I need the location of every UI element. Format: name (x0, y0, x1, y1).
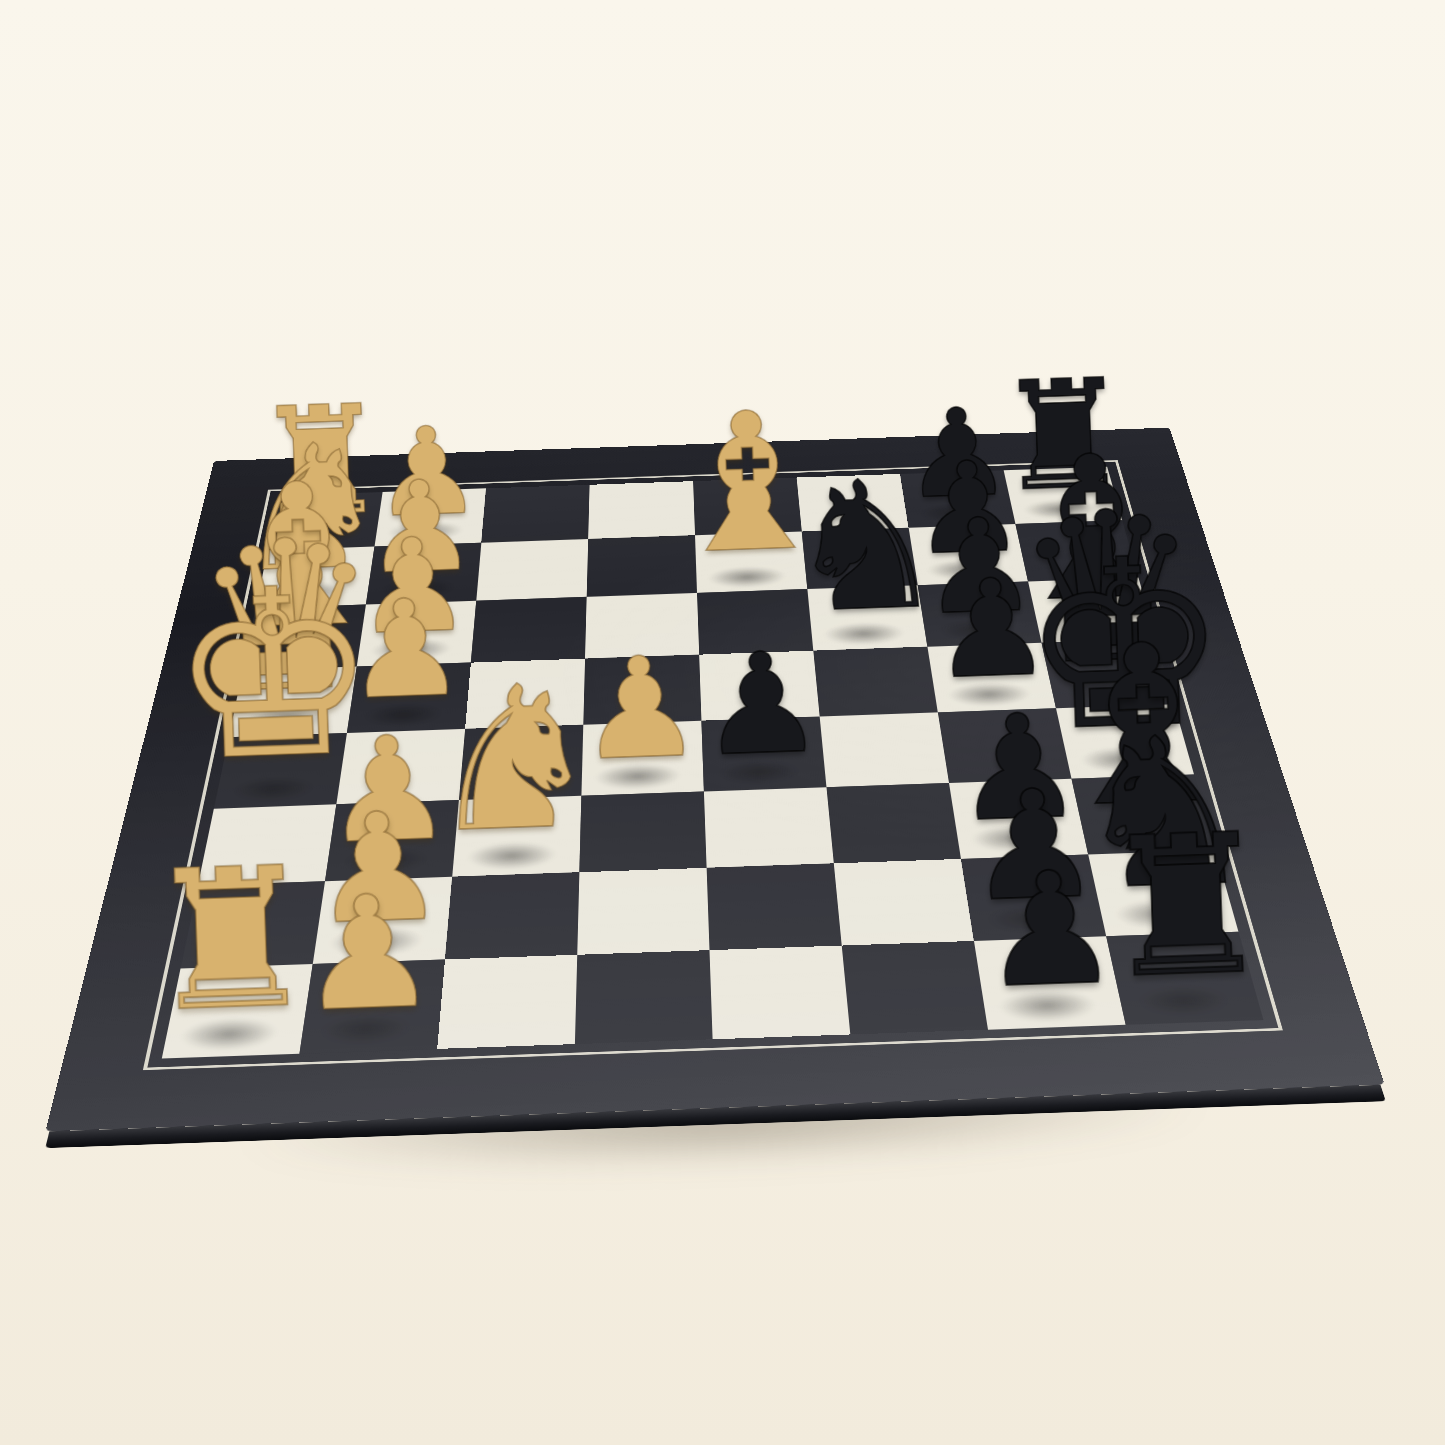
scene: ♜♟♟♜♞♟♝♟♝♟♞♟♝♛♟♟♛♚♟♟♚♟♞♟♝♟♟♞♜♟♟♜ (0, 0, 1445, 1445)
square-g3 (445, 872, 579, 959)
square-h3 (437, 955, 577, 1049)
piece-white-rook-h1[interactable]: ♜ (141, 841, 320, 1039)
square-e6 (820, 712, 949, 787)
square-f3: ♞ (452, 796, 581, 877)
piece-black-pawn-e5[interactable]: ♟ (697, 633, 826, 776)
square-g4 (577, 868, 709, 955)
square-f5 (704, 787, 834, 868)
square-h5 (709, 946, 850, 1040)
square-f6 (826, 783, 961, 863)
square-h2: ♟ (299, 959, 445, 1053)
square-e5: ♟ (701, 717, 826, 792)
square-b3 (476, 539, 588, 601)
square-h6 (842, 941, 988, 1035)
piece-black-rook-h8[interactable]: ♜ (1097, 807, 1276, 1005)
square-h4 (575, 950, 713, 1044)
square-h1: ♜ (162, 964, 313, 1059)
square-g6 (834, 859, 974, 946)
square-h8: ♜ (1106, 932, 1263, 1025)
square-d6 (813, 647, 938, 717)
square-g5 (707, 863, 842, 950)
chess-board: ♜♟♟♜♞♟♝♟♝♟♞♟♝♛♟♟♛♚♟♟♚♟♞♟♝♟♟♞♜♟♟♜ (45, 428, 1384, 1132)
piece-white-pawn-h2[interactable]: ♟ (296, 873, 441, 1034)
square-c6: ♞ (807, 585, 927, 650)
play-area: ♜♟♟♜♞♟♝♟♝♟♞♟♝♛♟♟♛♚♟♟♚♟♞♟♝♟♟♞♜♟♟♜ (162, 467, 1264, 1059)
piece-white-knight-f3[interactable]: ♞ (422, 657, 606, 860)
square-a3 (481, 485, 589, 543)
